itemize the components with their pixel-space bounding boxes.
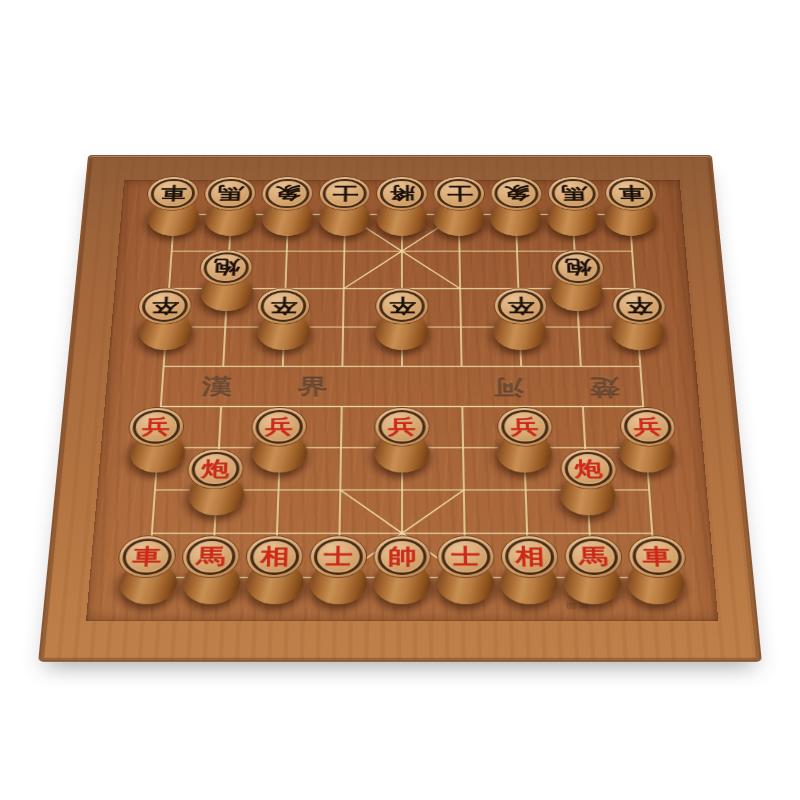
piece-glyph: 兵 — [511, 417, 539, 437]
intersection-0-5[interactable]: 士 — [430, 196, 488, 232]
intersection-3-5[interactable] — [431, 308, 491, 347]
piece-black-elephant[interactable]: 象 — [490, 197, 542, 231]
piece-black-cannon[interactable]: 炮 — [200, 271, 254, 307]
intersection-3-1[interactable] — [195, 308, 256, 347]
piece-glyph: 帥 — [388, 546, 417, 567]
intersection-3-2[interactable]: 卒 — [254, 308, 314, 347]
page-background: 漢 界 河 楚 車馬象士將士象馬車炮炮卒卒卒卒卒兵兵兵兵兵炮炮車馬相士帥士相馬車… — [0, 33, 800, 800]
piece-red-elephant[interactable]: 相 — [246, 556, 304, 599]
intersection-9-6[interactable]: 相 — [496, 555, 561, 600]
piece-black-general[interactable]: 將 — [376, 197, 427, 231]
intersection-7-0[interactable] — [122, 469, 187, 512]
piece-glyph: 馬 — [578, 546, 608, 567]
intersection-5-7[interactable] — [552, 386, 614, 427]
intersection-7-7[interactable]: 炮 — [556, 469, 620, 512]
piece-top: 馬 — [547, 176, 600, 210]
intersection-5-1[interactable] — [190, 386, 252, 427]
piece-glyph: 將 — [389, 185, 415, 202]
piece-red-cannon[interactable]: 炮 — [188, 470, 246, 510]
piece-top: 炮 — [550, 249, 605, 285]
piece-top: 將 — [376, 176, 428, 210]
intersection-9-5[interactable]: 士 — [434, 555, 498, 600]
piece-black-horse[interactable]: 馬 — [546, 197, 599, 231]
piece-glyph: 車 — [617, 185, 644, 202]
piece-black-advisor[interactable]: 士 — [319, 197, 371, 231]
piece-red-horse[interactable]: 馬 — [563, 556, 622, 599]
intersection-7-5[interactable] — [433, 469, 496, 512]
piece-black-soldier[interactable]: 卒 — [257, 309, 311, 346]
intersection-1-0[interactable] — [141, 233, 201, 270]
piece-glyph: 炮 — [564, 258, 591, 276]
piece-top: 象 — [490, 176, 543, 210]
board-grid: 車馬象士將士象馬車炮炮卒卒卒卒卒兵兵兵兵兵炮炮車馬相士帥士相馬車 — [115, 196, 688, 600]
intersection-0-4[interactable]: 將 — [373, 196, 430, 232]
piece-glyph: 士 — [446, 185, 472, 202]
intersection-7-8[interactable] — [617, 469, 682, 512]
piece-glyph: 兵 — [142, 417, 171, 437]
intersection-4-3[interactable] — [312, 347, 372, 387]
piece-black-soldier[interactable]: 卒 — [138, 309, 194, 346]
intersection-6-4[interactable]: 兵 — [371, 427, 432, 469]
piece-glyph: 兵 — [388, 417, 416, 437]
piece-red-advisor[interactable]: 士 — [310, 556, 368, 599]
intersection-0-1[interactable]: 馬 — [202, 196, 261, 232]
piece-glyph: 卒 — [270, 297, 297, 315]
intersection-4-2[interactable] — [252, 347, 313, 387]
intersection-0-3[interactable]: 士 — [316, 196, 374, 232]
intersection-3-6[interactable]: 卒 — [490, 308, 550, 347]
intersection-3-4[interactable]: 卒 — [372, 308, 431, 347]
intersection-4-4[interactable] — [372, 347, 432, 387]
intersection-0-0[interactable]: 車 — [144, 196, 203, 232]
intersection-4-6[interactable] — [491, 347, 552, 387]
piece-red-soldier[interactable]: 兵 — [129, 428, 187, 468]
piece-black-soldier[interactable]: 卒 — [375, 309, 428, 346]
piece-glyph: 卒 — [507, 297, 534, 315]
intersection-4-7[interactable] — [550, 347, 612, 387]
intersection-7-6[interactable] — [494, 469, 557, 512]
intersection-0-6[interactable]: 象 — [487, 196, 545, 232]
intersection-4-0[interactable] — [132, 347, 194, 387]
piece-glyph: 馬 — [217, 185, 244, 202]
piece-red-soldier[interactable]: 兵 — [374, 428, 429, 468]
intersection-1-3[interactable] — [315, 233, 373, 270]
intersection-7-4[interactable] — [371, 469, 433, 512]
piece-top: 士 — [309, 535, 367, 578]
piece-glyph: 相 — [515, 546, 544, 567]
piece-glyph: 卒 — [151, 297, 179, 315]
intersection-1-2[interactable] — [257, 233, 316, 270]
intersection-3-8[interactable]: 卒 — [607, 308, 669, 347]
piece-top: 兵 — [497, 407, 554, 447]
piece-glyph: 相 — [260, 546, 289, 567]
intersection-0-2[interactable]: 象 — [259, 196, 317, 232]
piece-black-advisor[interactable]: 士 — [433, 197, 485, 231]
piece-black-elephant[interactable]: 象 — [262, 197, 314, 231]
piece-glyph: 象 — [503, 185, 529, 202]
intersection-9-8[interactable]: 車 — [622, 555, 689, 600]
piece-glyph: 兵 — [633, 417, 662, 437]
piece-top: 士 — [437, 535, 495, 578]
intersection-6-6[interactable]: 兵 — [493, 427, 556, 469]
board-surface: 漢 界 河 楚 車馬象士將士象馬車炮炮卒卒卒卒卒兵兵兵兵兵炮炮車馬相士帥士相馬車… — [86, 180, 718, 621]
piece-top: 炮 — [560, 449, 618, 489]
intersection-9-1[interactable]: 馬 — [179, 555, 245, 600]
piece-glyph: 馬 — [560, 185, 587, 202]
intersection-5-5[interactable] — [432, 386, 493, 427]
piece-red-soldier[interactable]: 兵 — [617, 428, 675, 468]
intersection-5-3[interactable] — [311, 386, 372, 427]
intersection-3-7[interactable] — [548, 308, 609, 347]
piece-glyph: 車 — [159, 185, 186, 202]
intersection-2-7[interactable]: 炮 — [547, 270, 607, 308]
piece-red-general[interactable]: 帥 — [373, 556, 430, 599]
piece-red-horse[interactable]: 馬 — [182, 556, 241, 599]
intersection-9-0[interactable]: 車 — [115, 555, 181, 600]
intersection-4-5[interactable] — [432, 347, 492, 387]
intersection-9-2[interactable]: 相 — [243, 555, 308, 600]
intersection-9-3[interactable]: 士 — [307, 555, 371, 600]
piece-red-elephant[interactable]: 相 — [500, 556, 559, 599]
piece-glyph: 士 — [332, 185, 358, 202]
piece-top: 相 — [500, 535, 559, 578]
intersection-3-0[interactable]: 卒 — [135, 308, 197, 347]
piece-top: 士 — [318, 176, 370, 210]
intersection-2-1[interactable]: 炮 — [197, 270, 257, 308]
piece-red-soldier[interactable]: 兵 — [496, 428, 552, 468]
intersection-7-1[interactable]: 炮 — [185, 469, 249, 512]
intersection-0-7[interactable]: 馬 — [543, 196, 602, 232]
piece-glyph: 卒 — [389, 297, 416, 315]
piece-top: 卒 — [493, 287, 548, 324]
piece-red-chariot[interactable]: 車 — [119, 556, 179, 599]
intersection-3-3[interactable] — [313, 308, 373, 347]
intersection-1-6[interactable] — [488, 233, 547, 270]
piece-top: 帥 — [373, 535, 431, 578]
intersection-6-5[interactable] — [432, 427, 494, 469]
intersection-2-3[interactable] — [314, 270, 373, 308]
intersection-0-8[interactable]: 車 — [600, 196, 659, 232]
piece-glyph: 兵 — [265, 417, 293, 437]
piece-red-cannon[interactable]: 炮 — [559, 470, 617, 510]
xiangqi-board: 漢 界 河 楚 車馬象士將士象馬車炮炮卒卒卒卒卒兵兵兵兵兵炮炮車馬相士帥士相馬車… — [38, 155, 762, 662]
intersection-9-4[interactable]: 帥 — [370, 555, 434, 600]
piece-black-chariot[interactable]: 車 — [603, 197, 657, 231]
piece-glyph: 炮 — [213, 258, 240, 276]
intersection-1-5[interactable] — [431, 233, 489, 270]
piece-top: 卒 — [375, 287, 429, 324]
piece-glyph: 炮 — [574, 459, 603, 479]
intersection-7-2[interactable] — [247, 469, 310, 512]
piece-glyph: 士 — [324, 546, 353, 567]
piece-black-chariot[interactable]: 車 — [147, 197, 201, 231]
piece-red-advisor[interactable]: 士 — [437, 556, 495, 599]
piece-glyph: 士 — [451, 546, 480, 567]
piece-glyph: 炮 — [201, 459, 230, 479]
piece-black-horse[interactable]: 馬 — [205, 197, 258, 231]
intersection-6-8[interactable]: 兵 — [614, 427, 678, 469]
intersection-6-0[interactable]: 兵 — [126, 427, 190, 469]
piece-glyph: 卒 — [625, 297, 653, 315]
intersection-4-8[interactable] — [609, 347, 671, 387]
intersection-4-1[interactable] — [192, 347, 254, 387]
intersection-7-3[interactable] — [309, 469, 372, 512]
intersection-1-4[interactable] — [373, 233, 431, 270]
piece-black-soldier[interactable]: 卒 — [610, 309, 666, 346]
intersection-6-2[interactable]: 兵 — [249, 427, 311, 469]
piece-black-cannon[interactable]: 炮 — [550, 271, 604, 307]
piece-red-soldier[interactable]: 兵 — [252, 428, 308, 468]
piece-black-soldier[interactable]: 卒 — [493, 309, 547, 346]
piece-red-chariot[interactable]: 車 — [626, 556, 686, 599]
piece-glyph: 象 — [274, 185, 300, 202]
piece-top: 兵 — [374, 407, 430, 447]
piece-glyph: 馬 — [196, 546, 226, 567]
intersection-6-3[interactable] — [310, 427, 372, 469]
piece-glyph: 車 — [132, 546, 162, 567]
intersection-9-7[interactable]: 馬 — [559, 555, 625, 600]
piece-top: 士 — [433, 176, 485, 210]
intersection-2-5[interactable] — [431, 270, 490, 308]
piece-glyph: 車 — [642, 546, 672, 567]
intersection-1-8[interactable] — [602, 233, 662, 270]
